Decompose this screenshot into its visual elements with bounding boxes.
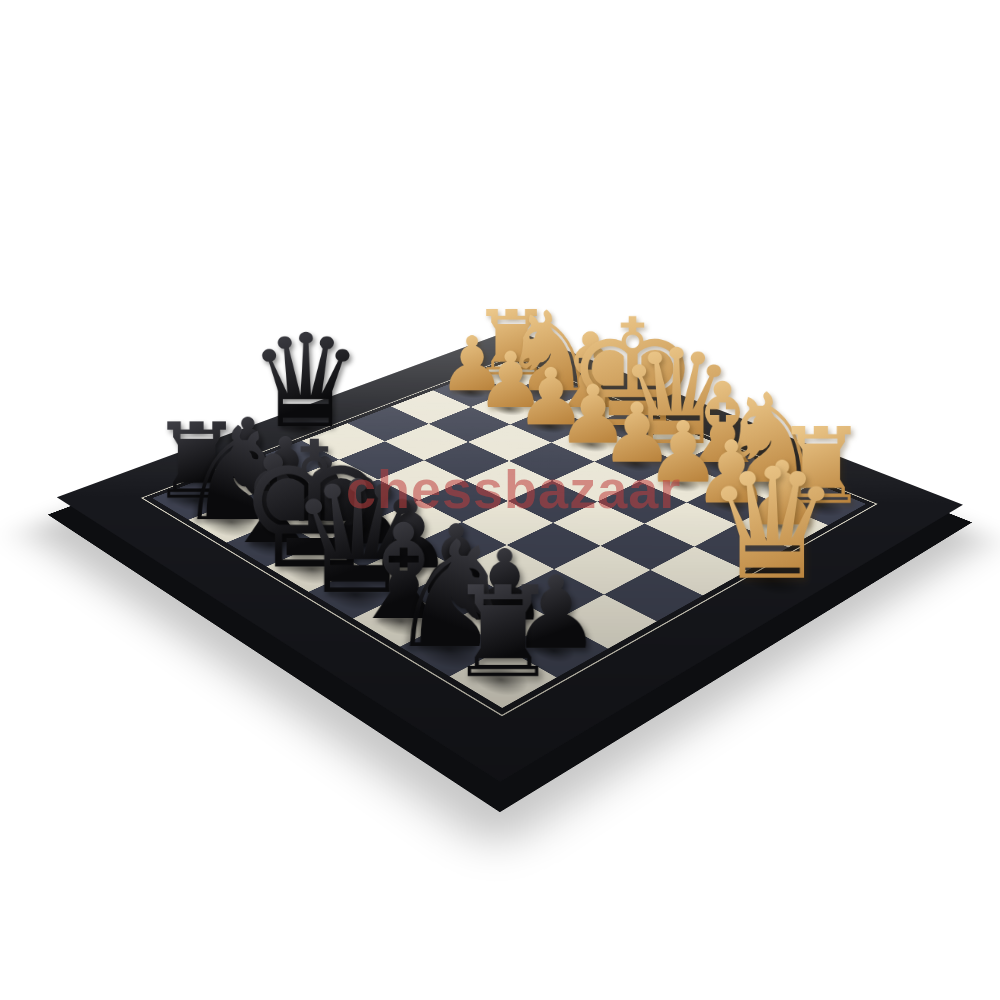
product-photo: ♜♞♝♚♛♝♞♜♟♟♟♟♟♟♟♟♛♛♟♟♟♟♟♟♟♟♜♞♝♚♛♝♞♜ chess…: [0, 0, 1000, 1000]
board-scene: ♜♞♝♚♛♝♞♜♟♟♟♟♟♟♟♟♛♛♟♟♟♟♟♟♟♟♜♞♝♚♛♝♞♜: [0, 0, 1000, 1000]
pieces-layer: ♜♞♝♚♛♝♞♜♟♟♟♟♟♟♟♟♛♛♟♟♟♟♟♟♟♟♜♞♝♚♛♝♞♜: [57, 329, 963, 781]
chess-board: ♜♞♝♚♛♝♞♜♟♟♟♟♟♟♟♟♛♛♟♟♟♟♟♟♟♟♜♞♝♚♛♝♞♜: [57, 329, 963, 781]
